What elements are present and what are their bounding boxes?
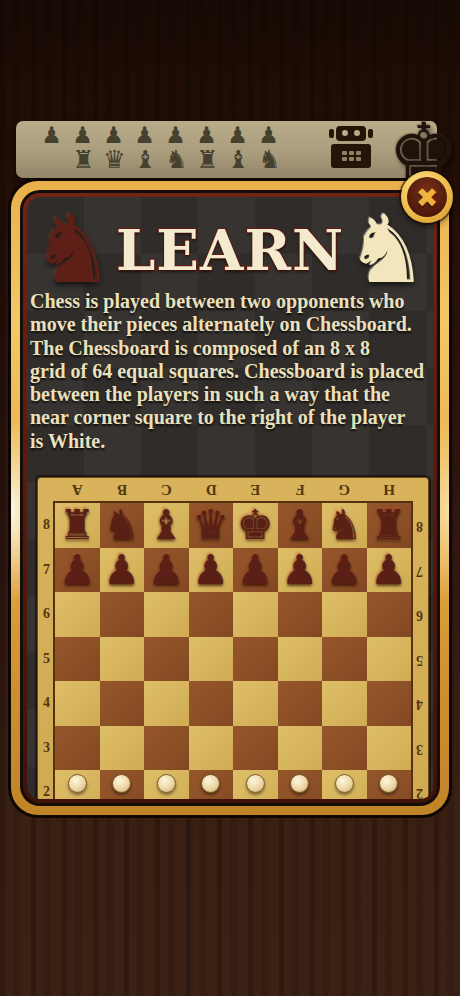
captured-knight-icon: ♞	[254, 146, 285, 173]
square-h5	[367, 637, 412, 682]
intro-text: Chess is played between two opponents wh…	[30, 290, 433, 453]
square-h3	[367, 726, 412, 771]
black-pawn: ♟	[100, 548, 145, 593]
captured-knight-icon: ♞	[161, 146, 192, 173]
square-d4	[189, 681, 234, 726]
file-label: C	[144, 478, 189, 503]
white-pawn	[335, 774, 354, 793]
square-f3	[278, 726, 323, 771]
robot-body-icon	[331, 144, 371, 168]
learn-header: ♞ LEARN ♞	[27, 199, 433, 301]
file-label: G	[322, 478, 367, 503]
game-screen: ♟♟♟♟♟♟♟♟ ♜♛♝♞♜♝♞ ♚ ♞ LEARN ♞ Chess is pl…	[0, 0, 460, 996]
file-label: A	[55, 478, 100, 503]
square-f7: ♟	[278, 548, 323, 593]
square-a4	[55, 681, 100, 726]
square-c2	[144, 770, 189, 799]
black-pawn: ♟	[55, 548, 100, 593]
intro-line: move their pieces alternately on Chessbo…	[30, 313, 433, 336]
square-g4	[322, 681, 367, 726]
square-b4	[100, 681, 145, 726]
robot-eye-icon	[342, 130, 348, 136]
file-label: F	[278, 478, 323, 503]
black-queen: ♛	[189, 503, 234, 548]
captured-queen-icon: ♛	[99, 146, 130, 173]
rank-label: 4	[411, 681, 428, 726]
black-pawn: ♟	[144, 548, 189, 593]
square-f6	[278, 592, 323, 637]
square-h2	[367, 770, 412, 799]
captured-bishop-icon: ♝	[223, 146, 254, 173]
square-g7: ♟	[322, 548, 367, 593]
square-c7: ♟	[144, 548, 189, 593]
rank-label: 6	[38, 592, 55, 637]
square-b7: ♟	[100, 548, 145, 593]
square-h4	[367, 681, 412, 726]
square-e3	[233, 726, 278, 771]
square-a5	[55, 637, 100, 682]
intro-line: Chess is played between two opponents wh…	[30, 290, 433, 313]
captured-pieces-tray: ♟♟♟♟♟♟♟♟ ♜♛♝♞♜♝♞ ♚	[16, 121, 437, 178]
close-button-face: ✖	[407, 177, 447, 217]
rank-label: 8	[411, 503, 428, 548]
black-knight: ♞	[100, 503, 145, 548]
captured-pawn-icon: ♟	[36, 123, 67, 148]
close-icon: ✖	[416, 182, 439, 213]
intro-line: is White.	[30, 430, 433, 453]
tray-piece-row: ♜♛♝♞♜♝♞	[68, 146, 285, 173]
rank-label: 5	[411, 637, 428, 682]
white-pawn	[68, 774, 87, 793]
square-f2	[278, 770, 323, 799]
rank-labels-right: 87654321	[411, 503, 428, 799]
captured-rook-icon: ♜	[192, 146, 223, 173]
square-f5	[278, 637, 323, 682]
square-b5	[100, 637, 145, 682]
rank-label: 3	[38, 726, 55, 771]
square-c3	[144, 726, 189, 771]
square-c4	[144, 681, 189, 726]
intro-line: near corner square to the right of the p…	[30, 406, 433, 429]
square-d3	[189, 726, 234, 771]
intro-line: The Chessboard is composed of an 8 x 8	[30, 337, 433, 360]
rank-label: 6	[411, 592, 428, 637]
square-e8: ♚	[233, 503, 278, 548]
square-c5	[144, 637, 189, 682]
black-rook: ♜	[55, 503, 100, 548]
square-f4	[278, 681, 323, 726]
square-h7: ♟	[367, 548, 412, 593]
square-e2	[233, 770, 278, 799]
rank-label: 3	[411, 726, 428, 771]
square-c6	[144, 592, 189, 637]
robot-icon	[324, 126, 378, 172]
rank-label: 4	[38, 681, 55, 726]
white-pawn	[246, 774, 265, 793]
square-g5	[322, 637, 367, 682]
captured-rook-icon: ♜	[68, 146, 99, 173]
black-pawn: ♟	[278, 548, 323, 593]
black-rook: ♜	[367, 503, 412, 548]
robot-dots	[342, 151, 361, 161]
file-label: B	[100, 478, 145, 503]
file-label: H	[367, 478, 412, 503]
square-e4	[233, 681, 278, 726]
black-bishop: ♝	[144, 503, 189, 548]
intro-line: between the players in such a way that t…	[30, 383, 433, 406]
board-squares: ♜♞♝♛♚♝♞♜♟♟♟♟♟♟♟♟♜♞♝♛♚♝♞♜	[55, 503, 411, 799]
dark-knight-icon: ♞	[31, 201, 115, 299]
file-label: E	[233, 478, 278, 503]
square-c8: ♝	[144, 503, 189, 548]
square-e7: ♟	[233, 548, 278, 593]
robot-eye-icon	[354, 130, 360, 136]
square-d6	[189, 592, 234, 637]
robot-head-icon	[336, 126, 366, 141]
square-b3	[100, 726, 145, 771]
white-pawn	[290, 774, 309, 793]
square-d7: ♟	[189, 548, 234, 593]
intro-line: grid of 64 equal squares. Chessboard is …	[30, 360, 433, 383]
square-a8: ♜	[55, 503, 100, 548]
black-pawn: ♟	[189, 548, 234, 593]
white-pawn	[112, 774, 131, 793]
learn-panel: ♞ LEARN ♞ Chess is played between two op…	[8, 178, 452, 818]
close-button[interactable]: ✖	[401, 171, 453, 223]
square-g3	[322, 726, 367, 771]
page-title: LEARN	[116, 217, 344, 283]
rank-labels-left: 87654321	[38, 503, 55, 799]
black-pawn: ♟	[233, 548, 278, 593]
square-a2	[55, 770, 100, 799]
square-b6	[100, 592, 145, 637]
square-d5	[189, 637, 234, 682]
rank-label: 5	[38, 637, 55, 682]
white-pawn	[201, 774, 220, 793]
square-d8: ♛	[189, 503, 234, 548]
square-e6	[233, 592, 278, 637]
black-king: ♚	[233, 503, 278, 548]
rank-label: 7	[38, 548, 55, 593]
square-f8: ♝	[278, 503, 323, 548]
panel-content: ♞ LEARN ♞ Chess is played between two op…	[27, 197, 433, 799]
square-g2	[322, 770, 367, 799]
square-e5	[233, 637, 278, 682]
white-pawn	[157, 774, 176, 793]
captured-bishop-icon: ♝	[130, 146, 161, 173]
square-h8: ♜	[367, 503, 412, 548]
square-h6	[367, 592, 412, 637]
square-a7: ♟	[55, 548, 100, 593]
chessboard: ABCDEFGH 87654321 87654321 ♜♞♝♛♚♝♞♜♟♟♟♟♟…	[38, 478, 428, 799]
black-bishop: ♝	[278, 503, 323, 548]
file-labels: ABCDEFGH	[55, 478, 411, 503]
rank-label: 7	[411, 548, 428, 593]
square-a3	[55, 726, 100, 771]
square-g6	[322, 592, 367, 637]
rank-label: 2	[38, 770, 55, 799]
square-a6	[55, 592, 100, 637]
file-label: D	[189, 478, 234, 503]
square-g8: ♞	[322, 503, 367, 548]
square-b2	[100, 770, 145, 799]
square-b8: ♞	[100, 503, 145, 548]
black-pawn: ♟	[322, 548, 367, 593]
rank-label: 2	[411, 770, 428, 799]
rank-label: 8	[38, 503, 55, 548]
black-pawn: ♟	[367, 548, 412, 593]
square-d2	[189, 770, 234, 799]
black-knight: ♞	[322, 503, 367, 548]
white-pawn	[379, 774, 398, 793]
